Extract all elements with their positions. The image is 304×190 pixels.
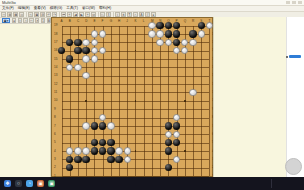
white-stone-Q16[interactable] — [181, 47, 188, 54]
close-button[interactable] — [298, 1, 302, 4]
grid-line-horizontal — [62, 118, 210, 119]
menu-item-4[interactable]: 工具(T) — [64, 6, 80, 11]
white-stone-R11[interactable] — [189, 89, 196, 96]
row-label-left: 8 — [54, 116, 56, 119]
taskbar: ❖○◔▣▣ — [0, 177, 304, 190]
row-label-left: 6 — [54, 133, 56, 136]
col-label-top: E — [93, 20, 95, 23]
black-stone-B15[interactable] — [66, 55, 73, 62]
black-stone-F5[interactable] — [99, 139, 106, 146]
row-label-left: 19 — [54, 24, 57, 27]
app-icon-orange[interactable]: ▣ — [37, 180, 44, 187]
white-stone-R17[interactable] — [189, 39, 196, 46]
square-mark-icon[interactable]: □ — [29, 18, 33, 23]
triangle-mark-icon[interactable]: △ — [23, 18, 27, 23]
menu-item-2[interactable]: 查看(V) — [32, 6, 48, 11]
grid-line-horizontal — [62, 109, 210, 110]
col-label-top: C — [77, 20, 79, 23]
black-stone-N19[interactable] — [156, 22, 163, 29]
black-stone-F4[interactable] — [99, 147, 106, 154]
black-stone-O5[interactable] — [165, 139, 172, 146]
black-stone-B2[interactable] — [66, 164, 73, 171]
black-stone-B3[interactable] — [66, 156, 73, 163]
white-stone-N18[interactable] — [156, 30, 163, 37]
cross-mark-icon[interactable]: ✕ — [35, 18, 39, 23]
star-point — [85, 100, 87, 102]
browser-icon[interactable]: ◔ — [26, 180, 33, 187]
grid-line-horizontal — [62, 143, 210, 144]
grid-line-vertical — [144, 26, 145, 176]
maximize-button[interactable] — [292, 1, 296, 4]
copy-icon[interactable]: ▣ — [34, 12, 39, 17]
black-stone-H3[interactable] — [115, 156, 122, 163]
white-stone-G7[interactable] — [107, 122, 114, 129]
row-label-left: 9 — [54, 108, 56, 111]
menu-item-6[interactable]: 帮助(H) — [97, 6, 113, 11]
black-stone-D3[interactable] — [82, 156, 89, 163]
black-stone-tool-icon[interactable]: ● — [12, 18, 16, 23]
black-stone-G4[interactable] — [107, 147, 114, 154]
grid-line-vertical — [152, 26, 153, 176]
col-label-top: L — [143, 20, 145, 23]
white-stone-N17[interactable] — [156, 39, 163, 46]
row-label-left: 2 — [54, 166, 56, 169]
row-label-left: 5 — [54, 141, 56, 144]
menu-item-3[interactable]: 棋谱(G) — [48, 6, 64, 11]
row-label-left: 4 — [54, 150, 56, 153]
print-icon[interactable]: ▭ — [19, 12, 24, 17]
row-label-left: 10 — [54, 99, 57, 102]
black-stone-A16[interactable] — [58, 47, 65, 54]
white-stone-F18[interactable] — [99, 30, 106, 37]
col-label-top: B — [69, 20, 71, 23]
white-stone-P3[interactable] — [173, 156, 180, 163]
black-stone-S19[interactable] — [198, 22, 205, 29]
scroll-thumb[interactable] — [289, 55, 301, 58]
number-mark-icon[interactable]: 1 — [41, 18, 45, 23]
col-label-top: F — [102, 20, 104, 23]
black-stone-R18[interactable] — [189, 30, 196, 37]
black-stone-P17[interactable] — [173, 39, 180, 46]
col-label-top: R — [192, 20, 194, 23]
white-stone-E18[interactable] — [91, 30, 98, 37]
white-stone-D17[interactable] — [82, 39, 89, 46]
black-stone-B17[interactable] — [66, 39, 73, 46]
white-stone-C4[interactable] — [74, 147, 81, 154]
white-stone-M18[interactable] — [148, 30, 155, 37]
white-stone-E17[interactable] — [91, 39, 98, 46]
white-stone-P8[interactable] — [173, 114, 180, 121]
black-stone-G3[interactable] — [107, 156, 114, 163]
row-label-left: 7 — [54, 125, 56, 128]
window-controls — [286, 1, 302, 4]
black-stone-P5[interactable] — [173, 139, 180, 146]
col-label-top: H — [118, 20, 120, 23]
floating-overlay-button[interactable] — [285, 158, 302, 175]
left-info-panel — [0, 24, 51, 177]
save-icon[interactable]: ▦ — [13, 12, 18, 17]
white-stone-C14[interactable] — [74, 64, 81, 71]
black-stone-O19[interactable] — [165, 22, 172, 29]
cut-icon[interactable]: ✂ — [28, 12, 33, 17]
row-label-left: 15 — [54, 58, 57, 61]
white-stone-tool-icon[interactable]: ○ — [18, 18, 22, 23]
white-stone-E16[interactable] — [91, 47, 98, 54]
grid-line-horizontal — [62, 134, 210, 135]
col-label-top: K — [134, 20, 136, 23]
go-board[interactable]: 1919181817171616151514141313121211111010… — [51, 17, 213, 177]
search-icon[interactable]: ○ — [15, 180, 22, 187]
white-stone-B4[interactable] — [66, 147, 73, 154]
black-stone-E4[interactable] — [91, 147, 98, 154]
menu-item-5[interactable]: 窗口(W) — [80, 6, 97, 11]
star-point — [184, 150, 186, 152]
col-label-top: G — [110, 20, 112, 23]
white-stone-O17[interactable] — [165, 39, 172, 46]
white-stone-J4[interactable] — [124, 147, 131, 154]
white-stone-O6[interactable] — [165, 131, 172, 138]
black-stone-E5[interactable] — [91, 139, 98, 146]
black-stone-P18[interactable] — [173, 30, 180, 37]
white-stone-M19[interactable] — [148, 22, 155, 29]
row-label-left: 12 — [54, 83, 57, 86]
col-label-top: J — [126, 20, 128, 23]
white-stone-D13[interactable] — [82, 72, 89, 79]
black-stone-C17[interactable] — [74, 39, 81, 46]
right-info-panel — [213, 17, 286, 177]
white-stone-P16[interactable] — [173, 47, 180, 54]
black-stone-E7[interactable] — [91, 122, 98, 129]
row-label-left: 3 — [54, 158, 56, 161]
white-stone-E15[interactable] — [91, 55, 98, 62]
row-label-left: 11 — [54, 91, 57, 94]
black-stone-C3[interactable] — [74, 156, 81, 163]
scroll-dot-icon — [286, 56, 288, 58]
black-stone-G5[interactable] — [107, 139, 114, 146]
menu-item-0[interactable]: 文件(F) — [0, 6, 16, 11]
col-label-top: Q — [184, 20, 186, 23]
white-stone-F16[interactable] — [99, 47, 106, 54]
row-label-left: 16 — [54, 49, 57, 52]
row-label-left: 13 — [54, 74, 57, 77]
col-label-top: D — [85, 20, 87, 23]
white-stone-Q17[interactable] — [181, 39, 188, 46]
paste-icon[interactable]: ▧ — [40, 12, 45, 17]
stone-mode-combobox[interactable]: ▣▾ — [2, 18, 11, 23]
white-stone-S18[interactable] — [198, 30, 205, 37]
white-stone-P6[interactable] — [173, 131, 180, 138]
star-point — [184, 100, 186, 102]
black-stone-O4[interactable] — [165, 147, 172, 154]
black-stone-D16[interactable] — [82, 47, 89, 54]
white-stone-B14[interactable] — [66, 64, 73, 71]
white-stone-F8[interactable] — [99, 114, 106, 121]
white-stone-H4[interactable] — [115, 147, 122, 154]
app-icon-green[interactable]: ▣ — [48, 180, 55, 187]
black-stone-O2[interactable] — [165, 164, 172, 171]
grid-line-vertical — [201, 26, 202, 176]
grid-line-vertical — [209, 26, 210, 176]
black-stone-F7[interactable] — [99, 122, 106, 129]
start-button[interactable]: ❖ — [4, 180, 11, 187]
grid-line-vertical — [193, 26, 194, 176]
white-stone-D15[interactable] — [82, 55, 89, 62]
toolbar-separator — [26, 12, 27, 17]
new-file-icon[interactable]: □ — [1, 12, 6, 17]
black-stone-P19[interactable] — [173, 22, 180, 29]
black-stone-O7[interactable] — [165, 122, 172, 129]
white-stone-D4[interactable] — [82, 147, 89, 154]
row-label-left: 17 — [54, 41, 57, 44]
grid-line-vertical — [160, 26, 161, 176]
menu-item-1[interactable]: 编辑(E) — [16, 6, 32, 11]
grid-line-horizontal — [62, 168, 210, 169]
side-scroll-panel[interactable] — [286, 17, 304, 177]
row-label-left: 18 — [54, 33, 57, 36]
black-stone-C16[interactable] — [74, 47, 81, 54]
app-window: MultiGo 文件(F)编辑(E)查看(V)棋谱(G)工具(T)窗口(W)帮助… — [0, 0, 304, 190]
row-label-left: 14 — [54, 66, 57, 69]
white-stone-D7[interactable] — [82, 122, 89, 129]
black-stone-O18[interactable] — [165, 30, 172, 37]
col-label-top: A — [61, 20, 63, 23]
black-stone-P7[interactable] — [173, 122, 180, 129]
minimize-button[interactable] — [286, 1, 290, 4]
white-stone-J3[interactable] — [124, 156, 131, 163]
open-file-icon[interactable]: ▤ — [7, 12, 12, 17]
system-tray[interactable] — [271, 179, 302, 188]
